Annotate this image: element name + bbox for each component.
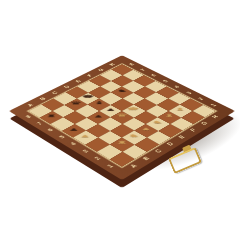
rank-label-right-8: 8 (129, 63, 136, 66)
rank-label-right-6: 6 (151, 74, 158, 77)
rank-label-left-6: 6 (47, 128, 54, 132)
piece-black-knight-f6[interactable]: ♞ (111, 87, 132, 93)
file-label-front-d: D (166, 142, 174, 147)
rank-label-right-2: 2 (198, 97, 205, 101)
file-label-front-h: H (211, 115, 219, 119)
file-label-front-b: B (142, 156, 151, 161)
rank-label-left-8: 8 (25, 115, 32, 119)
rank-label-right-1: 1 (210, 103, 217, 107)
rank-label-right-7: 7 (140, 68, 147, 71)
file-label-back-f: F (87, 74, 94, 78)
piece-black-king-d7[interactable]: ♚ (77, 93, 99, 99)
piece-black-pawn-d5[interactable]: ♟ (99, 105, 121, 111)
file-label-back-c: C (51, 91, 59, 95)
rank-label-left-4: 4 (70, 142, 77, 146)
file-label-front-e: E (178, 135, 186, 140)
piece-white-king-e4[interactable]: ♚ (123, 105, 145, 111)
piece-black-bishop-d6[interactable]: ♝ (88, 99, 110, 105)
rank-label-left-1: 1 (106, 164, 114, 169)
rank-label-right-5: 5 (162, 80, 169, 84)
file-label-back-h: H (108, 63, 115, 67)
photo-stage: AA11BB22CC33DD44EE55FF66GG77HH88 ♜♛♚♝♞♟♟… (0, 0, 240, 240)
file-label-back-e: E (75, 79, 82, 83)
rank-label-left-5: 5 (58, 135, 65, 139)
rank-label-left-7: 7 (36, 121, 43, 125)
file-label-front-g: G (200, 121, 208, 126)
file-label-back-g: G (97, 68, 105, 72)
piece-black-queen-c7[interactable]: ♛ (65, 99, 87, 105)
file-label-front-c: C (154, 149, 163, 154)
rank-label-left-3: 3 (82, 149, 90, 153)
file-label-front-f: F (189, 128, 197, 132)
file-label-back-b: B (39, 97, 47, 101)
file-label-back-d: D (63, 85, 71, 89)
rank-label-left-2: 2 (94, 156, 102, 161)
rank-label-right-4: 4 (174, 85, 181, 89)
rank-label-right-3: 3 (185, 91, 192, 95)
file-label-front-a: A (129, 164, 138, 169)
piece-white-bishop-g2[interactable]: ♝ (169, 105, 191, 111)
file-label-back-a: A (27, 103, 35, 107)
